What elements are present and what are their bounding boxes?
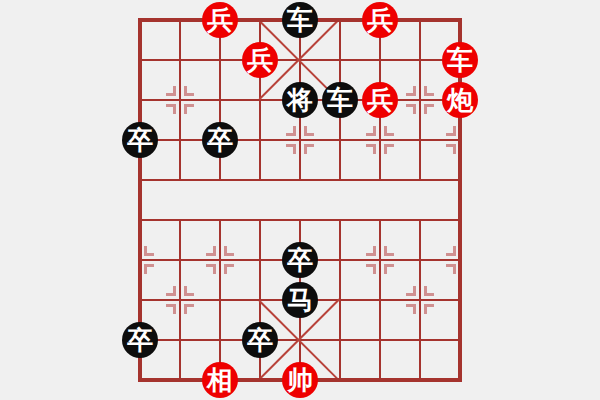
point-mark: [384, 264, 394, 274]
piece-black-horse[interactable]: 马: [282, 282, 318, 318]
piece-glyph: 兵: [367, 7, 393, 33]
point-mark: [424, 304, 434, 314]
point-mark: [166, 86, 176, 96]
point-mark: [224, 264, 234, 274]
piece-glyph: 炮: [447, 87, 473, 113]
point-mark: [424, 104, 434, 114]
piece-glyph: 车: [327, 87, 353, 113]
xiangqi-board[interactable]: 兵车兵兵车将车兵炮卒卒卒马卒卒相帅: [140, 20, 460, 380]
point-mark: [446, 126, 456, 136]
point-mark: [184, 304, 194, 314]
point-mark: [224, 246, 234, 256]
piece-glyph: 相: [207, 367, 233, 393]
point-mark: [406, 86, 416, 96]
point-mark: [144, 246, 154, 256]
point-mark: [366, 264, 376, 274]
piece-red-cannon[interactable]: 炮: [442, 82, 478, 118]
board-outer-border: [138, 18, 462, 382]
piece-glyph: 兵: [367, 87, 393, 113]
point-mark: [206, 264, 216, 274]
piece-glyph: 兵: [207, 7, 233, 33]
point-mark: [304, 144, 314, 154]
point-mark: [166, 286, 176, 296]
point-mark: [286, 126, 296, 136]
point-mark: [406, 286, 416, 296]
point-mark: [366, 126, 376, 136]
point-mark: [366, 144, 376, 154]
piece-glyph: 兵: [247, 47, 273, 73]
point-mark: [166, 104, 176, 114]
piece-black-pawn[interactable]: 卒: [242, 322, 278, 358]
piece-glyph: 卒: [207, 127, 233, 153]
point-mark: [406, 104, 416, 114]
point-mark: [446, 144, 456, 154]
piece-red-pawn[interactable]: 兵: [362, 82, 398, 118]
piece-glyph: 车: [447, 47, 473, 73]
piece-black-pawn[interactable]: 卒: [122, 122, 158, 158]
piece-red-elephant[interactable]: 相: [202, 362, 238, 398]
point-mark: [384, 246, 394, 256]
point-mark: [424, 86, 434, 96]
piece-glyph: 马: [287, 287, 313, 313]
piece-glyph: 卒: [287, 247, 313, 273]
point-mark: [366, 246, 376, 256]
point-mark: [184, 286, 194, 296]
piece-glyph: 卒: [127, 127, 153, 153]
piece-red-pawn[interactable]: 兵: [202, 2, 238, 38]
xiangqi-screen: 兵车兵兵车将车兵炮卒卒卒马卒卒相帅: [0, 0, 600, 400]
piece-red-chariot[interactable]: 车: [442, 42, 478, 78]
point-mark: [166, 304, 176, 314]
piece-glyph: 帅: [287, 367, 313, 393]
piece-glyph: 将: [287, 87, 313, 113]
point-mark: [424, 286, 434, 296]
piece-glyph: 卒: [247, 327, 273, 353]
piece-black-pawn[interactable]: 卒: [202, 122, 238, 158]
point-mark: [446, 246, 456, 256]
piece-red-pawn[interactable]: 兵: [242, 42, 278, 78]
piece-glyph: 车: [287, 7, 313, 33]
piece-glyph: 卒: [127, 327, 153, 353]
point-mark: [384, 144, 394, 154]
point-mark: [384, 126, 394, 136]
piece-black-general[interactable]: 将: [282, 82, 318, 118]
point-mark: [304, 126, 314, 136]
point-mark: [184, 104, 194, 114]
point-mark: [184, 86, 194, 96]
point-mark: [406, 304, 416, 314]
piece-red-pawn[interactable]: 兵: [362, 2, 398, 38]
piece-black-chariot[interactable]: 车: [282, 2, 318, 38]
point-mark: [144, 264, 154, 274]
piece-red-general[interactable]: 帅: [282, 362, 318, 398]
point-mark: [446, 264, 456, 274]
point-mark: [206, 246, 216, 256]
piece-black-pawn[interactable]: 卒: [122, 322, 158, 358]
point-mark: [286, 144, 296, 154]
piece-black-chariot[interactable]: 车: [322, 82, 358, 118]
piece-black-pawn[interactable]: 卒: [282, 242, 318, 278]
